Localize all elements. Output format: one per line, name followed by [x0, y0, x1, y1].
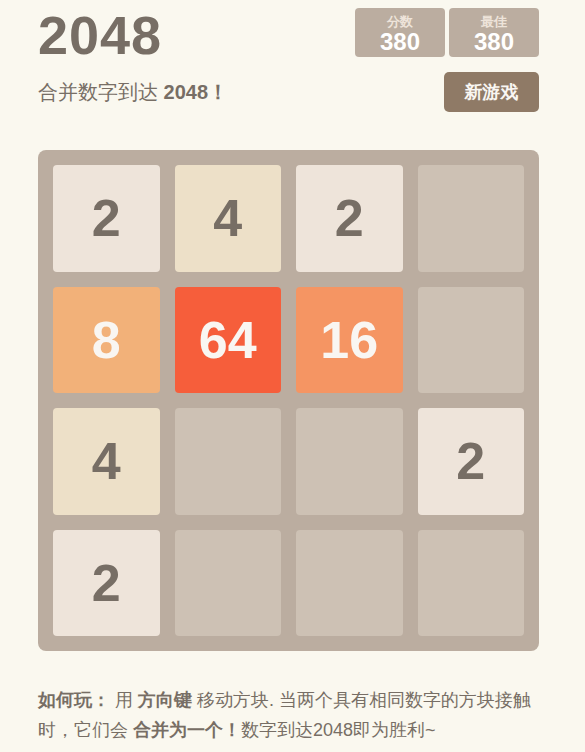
best-value: 380	[449, 29, 539, 55]
subtitle-goal: 2048！	[164, 81, 229, 103]
subtitle: 合并数字到达 2048！	[38, 79, 228, 106]
cell-empty	[418, 530, 525, 637]
page-title: 2048	[38, 8, 162, 62]
tile-64: 64	[175, 287, 282, 394]
game-board: 24286416422	[38, 150, 539, 651]
score-box: 分数 380	[355, 8, 445, 57]
score-label: 分数	[355, 14, 445, 29]
cell-empty	[296, 408, 403, 515]
instruction-segment: 数字到达2048即为胜利~	[241, 720, 436, 740]
header-subrow: 合并数字到达 2048！ 新游戏	[38, 72, 539, 112]
page: 2048 分数 380 最佳 380 合并数字到达 2048！ 新游戏 2428…	[38, 0, 539, 745]
cell-empty	[418, 165, 525, 272]
cell-empty	[296, 530, 403, 637]
new-game-button[interactable]: 新游戏	[444, 72, 539, 112]
tile-2: 2	[53, 165, 160, 272]
tile-2: 2	[418, 408, 525, 515]
cell-empty	[418, 287, 525, 394]
instruction-segment: 方向键	[138, 690, 192, 710]
how-to-play: 如何玩： 用 方向键 移动方块. 当两个具有相同数字的方块接触时，它们会 合并为…	[38, 685, 539, 745]
tile-4: 4	[53, 408, 160, 515]
header: 2048 分数 380 最佳 380	[38, 8, 539, 62]
tile-2: 2	[53, 530, 160, 637]
instruction-segment: 用	[110, 690, 138, 710]
tile-16: 16	[296, 287, 403, 394]
cell-empty	[175, 530, 282, 637]
cell-empty	[175, 408, 282, 515]
score-boxes: 分数 380 最佳 380	[355, 8, 539, 57]
tile-2: 2	[296, 165, 403, 272]
best-label: 最佳	[449, 14, 539, 29]
subtitle-text: 合并数字到达	[38, 81, 164, 103]
instruction-segment: 如何玩：	[38, 690, 110, 710]
score-value: 380	[355, 29, 445, 55]
best-box: 最佳 380	[449, 8, 539, 57]
instruction-segment: 合并为一个！	[133, 720, 241, 740]
tile-4: 4	[175, 165, 282, 272]
tile-8: 8	[53, 287, 160, 394]
